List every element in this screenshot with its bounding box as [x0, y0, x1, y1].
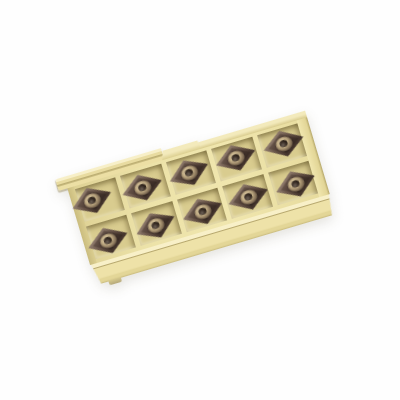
insert-center-ring [81, 190, 102, 210]
insert-center-ring [131, 178, 152, 197]
insert-center-hole [278, 139, 288, 148]
insert-center-hole [87, 195, 97, 205]
insert-center-hole [243, 192, 253, 201]
product-photo [0, 0, 400, 400]
carbide-insert [211, 137, 260, 178]
compartment [268, 161, 318, 206]
insert-center-hole [197, 206, 207, 216]
compartment [166, 150, 216, 195]
compartment [75, 177, 125, 222]
carbide-insert [130, 204, 180, 246]
insert-center-hole [150, 220, 160, 230]
insert-center-ring [285, 174, 306, 194]
carbide-insert [224, 176, 273, 216]
compartment [120, 164, 170, 209]
insert-center-ring [192, 201, 213, 220]
insert-center-hole [137, 183, 147, 192]
compartment [86, 215, 136, 260]
insert-center-hole [184, 167, 194, 177]
insert-center-ring [238, 187, 259, 206]
compartment [257, 123, 307, 168]
insert-center-ring [273, 134, 294, 153]
compartment [131, 201, 181, 246]
carbide-insert [178, 190, 227, 231]
compartment [211, 137, 261, 182]
insert-center-ring [97, 230, 118, 249]
insert-center-ring [178, 162, 199, 182]
insert-tray [64, 107, 336, 285]
carbide-insert [164, 151, 213, 193]
insert-center-hole [290, 179, 300, 189]
insert-center-hole [103, 235, 113, 244]
insert-center-ring [225, 148, 246, 167]
insert-center-ring [144, 215, 165, 235]
carbide-insert [117, 167, 166, 207]
insert-center-hole [231, 152, 241, 161]
compartment [177, 188, 227, 233]
compartment [222, 174, 272, 219]
